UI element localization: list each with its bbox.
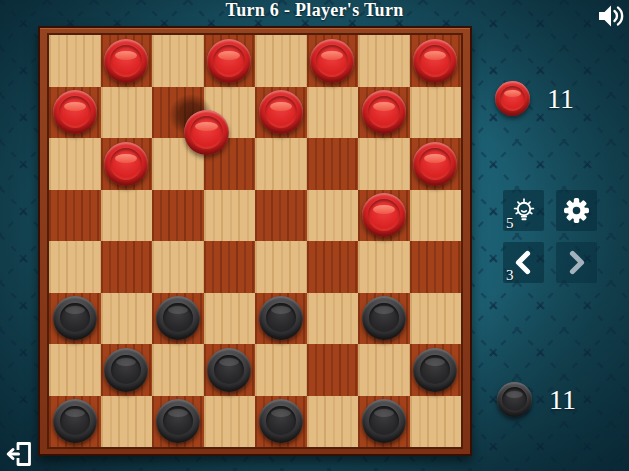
- board-square[interactable]: [255, 396, 307, 448]
- board-square: [358, 344, 410, 396]
- board-square[interactable]: [307, 344, 359, 396]
- board-square: [204, 293, 256, 345]
- black-piece[interactable]: [413, 348, 457, 392]
- board-square[interactable]: [307, 241, 359, 293]
- board-square[interactable]: [152, 190, 204, 242]
- board-square: [255, 138, 307, 190]
- undo-button[interactable]: 3: [503, 242, 544, 283]
- black-piece-icon: [497, 382, 532, 417]
- black-piece[interactable]: [362, 296, 406, 340]
- board-square[interactable]: [410, 138, 462, 190]
- board-square[interactable]: [307, 35, 359, 87]
- board-square: [152, 344, 204, 396]
- black-piece[interactable]: [156, 399, 200, 443]
- red-piece[interactable]: [207, 39, 251, 83]
- board-square: [101, 293, 153, 345]
- board-square: [358, 138, 410, 190]
- board-square: [410, 87, 462, 139]
- board-square[interactable]: [204, 344, 256, 396]
- checkers-board: [38, 26, 472, 456]
- board-square: [101, 87, 153, 139]
- chevron-right-icon: [563, 249, 590, 276]
- exit-button[interactable]: [2, 439, 34, 469]
- board-square[interactable]: [152, 396, 204, 448]
- board-square: [307, 293, 359, 345]
- board-square: [204, 190, 256, 242]
- red-piece[interactable]: [413, 39, 457, 83]
- board-square: [152, 241, 204, 293]
- board-square[interactable]: [255, 87, 307, 139]
- board-square: [410, 293, 462, 345]
- red-count-label: 11: [547, 85, 574, 113]
- speaker-loud-icon: [597, 3, 626, 29]
- red-piece[interactable]: [362, 193, 406, 237]
- undo-count-badge: 3: [506, 267, 514, 284]
- board-square[interactable]: [101, 138, 153, 190]
- board-square[interactable]: [307, 138, 359, 190]
- board-square: [255, 344, 307, 396]
- board-square: [358, 35, 410, 87]
- board-square[interactable]: [152, 293, 204, 345]
- turn-indicator: Turn 6 - Player's Turn: [0, 0, 629, 21]
- red-piece[interactable]: [104, 142, 148, 186]
- board-square[interactable]: [358, 293, 410, 345]
- red-counter: 11: [495, 81, 574, 116]
- board-square[interactable]: [101, 241, 153, 293]
- board-square: [101, 396, 153, 448]
- redo-button[interactable]: [556, 242, 597, 283]
- board-square[interactable]: [410, 344, 462, 396]
- game-window: Turn 6 - Player's Turn 11: [0, 0, 629, 471]
- board-square: [49, 138, 101, 190]
- black-piece[interactable]: [53, 296, 97, 340]
- black-piece[interactable]: [156, 296, 200, 340]
- board-grid[interactable]: [47, 33, 463, 449]
- board-square: [49, 344, 101, 396]
- black-counter: 11: [497, 382, 576, 417]
- black-piece[interactable]: [104, 348, 148, 392]
- board-square[interactable]: [358, 190, 410, 242]
- black-piece[interactable]: [207, 348, 251, 392]
- moving-red-piece[interactable]: [184, 110, 229, 155]
- black-piece[interactable]: [362, 399, 406, 443]
- board-square[interactable]: [204, 241, 256, 293]
- red-piece[interactable]: [310, 39, 354, 83]
- board-square[interactable]: [358, 396, 410, 448]
- board-square[interactable]: [49, 190, 101, 242]
- board-square: [49, 35, 101, 87]
- board-square: [49, 241, 101, 293]
- exit-door-arrow-icon: [3, 440, 33, 468]
- board-square[interactable]: [204, 35, 256, 87]
- board-square: [307, 396, 359, 448]
- black-count-label: 11: [549, 386, 576, 414]
- board-square: [307, 190, 359, 242]
- board-square: [255, 35, 307, 87]
- board-square[interactable]: [410, 35, 462, 87]
- board-square[interactable]: [358, 87, 410, 139]
- settings-button[interactable]: [556, 190, 597, 231]
- chevron-left-icon: [510, 249, 537, 276]
- hint-button[interactable]: 5: [503, 190, 544, 231]
- board-square[interactable]: [49, 293, 101, 345]
- board-square: [255, 241, 307, 293]
- red-piece[interactable]: [362, 90, 406, 134]
- board-square: [307, 87, 359, 139]
- board-square: [204, 396, 256, 448]
- red-piece[interactable]: [53, 90, 97, 134]
- board-square: [410, 190, 462, 242]
- board-square: [101, 190, 153, 242]
- board-square[interactable]: [410, 241, 462, 293]
- hint-count-badge: 5: [506, 215, 514, 232]
- board-square[interactable]: [101, 344, 153, 396]
- red-piece[interactable]: [413, 142, 457, 186]
- black-piece[interactable]: [53, 399, 97, 443]
- red-piece-icon: [495, 81, 530, 116]
- board-square[interactable]: [255, 293, 307, 345]
- board-square: [358, 241, 410, 293]
- red-piece[interactable]: [259, 90, 303, 134]
- gear-icon: [563, 197, 590, 224]
- sound-button[interactable]: [595, 2, 627, 30]
- board-square[interactable]: [255, 190, 307, 242]
- red-piece[interactable]: [104, 39, 148, 83]
- board-square[interactable]: [49, 87, 101, 139]
- black-piece[interactable]: [259, 399, 303, 443]
- board-square: [152, 35, 204, 87]
- board-square[interactable]: [101, 35, 153, 87]
- board-square: [410, 396, 462, 448]
- black-piece[interactable]: [259, 296, 303, 340]
- board-square[interactable]: [49, 396, 101, 448]
